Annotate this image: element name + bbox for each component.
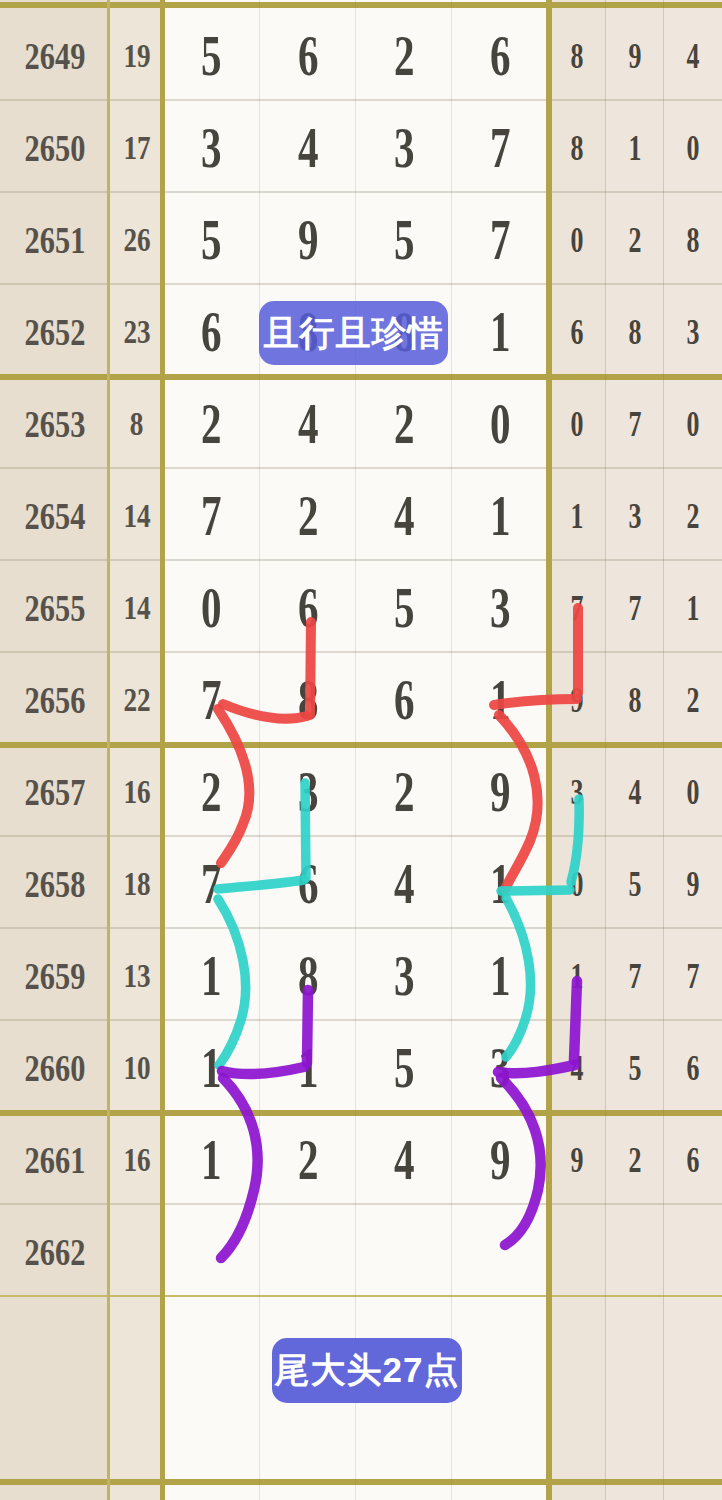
main-digit-cell: 7 <box>163 467 260 559</box>
lottery-trend-chart: 2649195626894265017343781026512659570282… <box>0 0 722 1500</box>
sum-cell-value: 26 <box>123 221 150 259</box>
tail-digit-cell: 9 <box>548 1111 606 1203</box>
tail-digit-cell-value: 2 <box>629 1139 642 1181</box>
main-digit-cell: 0 <box>452 375 548 467</box>
period-cell-value: 2654 <box>25 494 86 538</box>
tail-digit-cell: 8 <box>606 651 664 743</box>
tail-digit-cell-value: 4 <box>629 771 642 813</box>
main-digit-cell: 2 <box>260 467 356 559</box>
main-digit-cell-value: 7 <box>201 667 222 732</box>
main-digit-cell-value: 2 <box>394 759 415 824</box>
main-digit-cell: 9 <box>452 743 548 835</box>
draw-row-2657: 2657162329340 <box>0 743 722 835</box>
tail-digit-cell-value: 7 <box>687 955 700 997</box>
main-digit-cell: 5 <box>356 191 452 283</box>
period-cell: 2661 <box>0 1111 110 1203</box>
tail-digit-cell: 7 <box>548 559 606 651</box>
tail-digit-cell: 7 <box>606 375 664 467</box>
sum-cell-value: 18 <box>123 865 150 903</box>
tail-digit-cell: 8 <box>606 283 664 375</box>
draw-row-2649: 2649195626894 <box>0 7 722 99</box>
tail-digit-cell: 3 <box>664 283 722 375</box>
tail-digit-cell: 8 <box>548 99 606 191</box>
tail-digit-cell: 0 <box>664 743 722 835</box>
main-digit-cell-value: 1 <box>490 667 511 732</box>
tail-digit-cell-value: 0 <box>571 219 584 261</box>
main-digit-cell: 2 <box>356 7 452 99</box>
main-digit-cell-value: 9 <box>490 1127 511 1192</box>
draw-row-2661: 2661161249926 <box>0 1111 722 1203</box>
tail-digit-cell-value: 5 <box>629 863 642 905</box>
main-digit-cell: 2 <box>356 743 452 835</box>
tail-digit-cell: 0 <box>548 375 606 467</box>
period-cell: 2651 <box>0 191 110 283</box>
main-digit-cell-value: 3 <box>394 115 415 180</box>
main-digit-cell-value: 2 <box>201 391 222 456</box>
main-digit-cell-value: 1 <box>298 1035 319 1100</box>
main-digit-cell: 3 <box>356 927 452 1019</box>
main-digit-cell: 4 <box>356 467 452 559</box>
tail-digit-cell: 0 <box>548 191 606 283</box>
sum-cell-value: 22 <box>123 681 150 719</box>
main-digit-cell: 6 <box>260 835 356 927</box>
tail-digit-cell-value: 2 <box>687 495 700 537</box>
tail-digit-cell: 6 <box>664 1111 722 1203</box>
tail-digit-cell: 1 <box>548 927 606 1019</box>
overlay-badge-bottom: 尾大头27点 <box>272 1338 462 1403</box>
tail-digit-cell: 9 <box>606 7 664 99</box>
tail-digit-cell-value: 0 <box>571 403 584 445</box>
main-digit-cell-value: 3 <box>490 575 511 640</box>
tail-digit-cell-value: 6 <box>571 311 584 353</box>
period-cell: 2654 <box>0 467 110 559</box>
draw-row-2656: 2656227861982 <box>0 651 722 743</box>
main-digit-cell-value: 4 <box>394 483 415 548</box>
sum-cell-value: 16 <box>123 773 150 811</box>
main-digit-cell: 2 <box>356 375 452 467</box>
main-digit-cell-value: 1 <box>201 1127 222 1192</box>
main-digit-cell-value: 7 <box>201 483 222 548</box>
sum-cell: 17 <box>110 99 163 191</box>
main-digit-cell: 8 <box>260 651 356 743</box>
tail-digit-cell: 7 <box>606 559 664 651</box>
overlay-badge-top: 且行且珍惜 <box>259 301 448 365</box>
main-digit-cell-value: 6 <box>298 851 319 916</box>
tail-digit-cell <box>548 1203 606 1295</box>
tail-digit-cell-value: 9 <box>571 679 584 721</box>
main-digit-cell <box>356 1203 452 1295</box>
period-cell: 2657 <box>0 743 110 835</box>
main-digit-cell <box>260 1203 356 1295</box>
main-digit-cell: 6 <box>356 651 452 743</box>
main-digit-cell: 1 <box>163 1019 260 1111</box>
main-digit-cell-value: 2 <box>298 483 319 548</box>
period-cell: 2662 <box>0 1203 110 1295</box>
sum-cell: 13 <box>110 927 163 1019</box>
main-digit-cell-value: 8 <box>298 943 319 1008</box>
main-digit-cell-value: 8 <box>298 667 319 732</box>
main-digit-cell-value: 3 <box>201 115 222 180</box>
main-digit-cell-value: 5 <box>201 23 222 88</box>
main-digit-cell-value: 6 <box>201 299 222 364</box>
draw-row-2658: 2658187641059 <box>0 835 722 927</box>
main-digit-cell: 1 <box>163 1111 260 1203</box>
sum-cell-value: 17 <box>123 129 150 167</box>
main-digit-cell-value: 2 <box>394 23 415 88</box>
overlay-badge-bottom-text: 尾大头27点 <box>275 1347 460 1394</box>
sum-cell-value: 13 <box>123 957 150 995</box>
main-digit-cell <box>163 1203 260 1295</box>
main-digit-cell: 1 <box>452 835 548 927</box>
main-digit-cell-value: 1 <box>490 851 511 916</box>
main-digit-cell: 3 <box>260 743 356 835</box>
main-digit-cell-value: 3 <box>394 943 415 1008</box>
tail-digit-cell-value: 4 <box>687 35 700 77</box>
main-digit-cell-value: 5 <box>394 1035 415 1100</box>
tail-digit-cell-value: 0 <box>571 863 584 905</box>
sum-cell: 19 <box>110 7 163 99</box>
main-digit-cell-value: 5 <box>394 575 415 640</box>
main-digit-cell: 7 <box>452 191 548 283</box>
sum-cell-value: 14 <box>123 497 150 535</box>
draw-row-2655: 2655140653771 <box>0 559 722 651</box>
tail-digit-cell-value: 1 <box>629 127 642 169</box>
period-cell: 2660 <box>0 1019 110 1111</box>
period-cell: 2655 <box>0 559 110 651</box>
tail-digit-cell-value: 8 <box>629 679 642 721</box>
sum-cell-value: 19 <box>123 37 150 75</box>
main-digit-cell-value: 1 <box>201 943 222 1008</box>
period-cell-value: 2656 <box>25 678 86 722</box>
main-digit-cell-value: 1 <box>490 299 511 364</box>
tail-digit-cell-value: 4 <box>571 1047 584 1089</box>
main-digit-cell: 1 <box>452 651 548 743</box>
main-digit-cell: 4 <box>260 99 356 191</box>
tail-digit-cell-value: 3 <box>687 311 700 353</box>
tail-digit-cell-value: 0 <box>687 403 700 445</box>
main-digit-cell-value: 9 <box>490 759 511 824</box>
tail-digit-cell-value: 6 <box>687 1139 700 1181</box>
sum-cell: 16 <box>110 743 163 835</box>
main-digit-cell: 4 <box>356 1111 452 1203</box>
tail-digit-cell-value: 9 <box>571 1139 584 1181</box>
sum-cell-value: 16 <box>123 1141 150 1179</box>
tail-digit-cell: 7 <box>664 927 722 1019</box>
tail-digit-cell-value: 7 <box>571 587 584 629</box>
period-cell-value: 2658 <box>25 862 86 906</box>
tail-digit-cell: 8 <box>664 191 722 283</box>
main-digit-cell-value: 5 <box>201 207 222 272</box>
sum-cell: 16 <box>110 1111 163 1203</box>
tail-digit-cell: 3 <box>548 743 606 835</box>
main-digit-cell: 2 <box>260 1111 356 1203</box>
main-digit-cell-value: 7 <box>201 851 222 916</box>
tail-digit-cell: 1 <box>606 99 664 191</box>
period-cell: 2658 <box>0 835 110 927</box>
draw-row-2650: 2650173437810 <box>0 99 722 191</box>
sum-cell: 14 <box>110 467 163 559</box>
tail-digit-cell-value: 9 <box>629 35 642 77</box>
tail-digit-cell: 6 <box>548 283 606 375</box>
tail-digit-cell: 2 <box>606 191 664 283</box>
tail-digit-cell: 4 <box>606 743 664 835</box>
main-digit-cell-value: 2 <box>298 1127 319 1192</box>
tail-digit-cell: 1 <box>548 467 606 559</box>
main-digit-cell: 1 <box>452 283 548 375</box>
period-cell-value: 2652 <box>25 310 86 354</box>
main-digit-cell: 6 <box>260 7 356 99</box>
tail-digit-cell-value: 3 <box>629 495 642 537</box>
main-digit-cell-value: 7 <box>490 115 511 180</box>
main-digit-cell-value: 6 <box>394 667 415 732</box>
main-digit-cell: 6 <box>452 7 548 99</box>
tail-digit-cell-value: 0 <box>687 771 700 813</box>
sum-cell: 18 <box>110 835 163 927</box>
main-digit-cell-value: 2 <box>201 759 222 824</box>
main-digit-cell-value: 9 <box>298 207 319 272</box>
tail-digit-cell-value: 8 <box>629 311 642 353</box>
period-cell-value: 2649 <box>25 34 86 78</box>
tail-digit-cell-value: 0 <box>687 127 700 169</box>
period-cell-value: 2657 <box>25 770 86 814</box>
period-cell: 2656 <box>0 651 110 743</box>
main-digit-cell: 1 <box>452 927 548 1019</box>
tail-digit-cell <box>664 1203 722 1295</box>
main-digit-cell-value: 4 <box>298 115 319 180</box>
main-digit-cell-value: 2 <box>394 391 415 456</box>
draw-row-2654: 2654147241132 <box>0 467 722 559</box>
period-cell: 2650 <box>0 99 110 191</box>
tail-digit-cell-value: 7 <box>629 955 642 997</box>
main-digit-cell: 7 <box>452 99 548 191</box>
tail-digit-cell-value: 6 <box>687 1047 700 1089</box>
main-digit-cell: 7 <box>163 651 260 743</box>
sum-cell: 10 <box>110 1019 163 1111</box>
main-digit-cell-value: 6 <box>298 575 319 640</box>
draw-row-2662: 2662 <box>0 1203 722 1295</box>
main-digit-cell: 4 <box>356 835 452 927</box>
period-cell: 2659 <box>0 927 110 1019</box>
tail-digit-cell: 2 <box>664 651 722 743</box>
tail-digit-cell: 8 <box>548 7 606 99</box>
sum-cell-value: 10 <box>123 1049 150 1087</box>
main-digit-cell: 9 <box>452 1111 548 1203</box>
sum-cell <box>110 1203 163 1295</box>
main-digit-cell: 5 <box>356 1019 452 1111</box>
tail-digit-cell: 6 <box>664 1019 722 1111</box>
tail-digit-cell-value: 7 <box>629 403 642 445</box>
main-digit-cell: 5 <box>163 191 260 283</box>
tail-digit-cell-value: 8 <box>687 219 700 261</box>
overlay-badge-top-text: 且行且珍惜 <box>264 310 444 357</box>
main-digit-cell: 4 <box>260 375 356 467</box>
main-digit-cell: 5 <box>356 559 452 651</box>
main-digit-cell: 9 <box>260 191 356 283</box>
main-digit-cell-value: 4 <box>394 851 415 916</box>
period-cell: 2652 <box>0 283 110 375</box>
period-cell-value: 2660 <box>25 1046 86 1090</box>
main-digit-cell-value: 6 <box>490 23 511 88</box>
period-cell-value: 2659 <box>25 954 86 998</box>
tail-digit-cell: 3 <box>606 467 664 559</box>
main-digit-cell-value: 0 <box>201 575 222 640</box>
period-cell: 2653 <box>0 375 110 467</box>
tail-digit-cell-value: 3 <box>571 771 584 813</box>
tail-digit-cell: 7 <box>606 927 664 1019</box>
main-digit-cell-value: 5 <box>394 207 415 272</box>
main-digit-cell-value: 4 <box>394 1127 415 1192</box>
main-digit-cell: 3 <box>452 1019 548 1111</box>
tail-digit-cell: 4 <box>548 1019 606 1111</box>
tail-digit-cell: 0 <box>548 835 606 927</box>
tail-digit-cell: 1 <box>664 559 722 651</box>
main-digit-cell-value: 1 <box>490 943 511 1008</box>
tail-digit-cell-value: 8 <box>571 35 584 77</box>
main-digit-cell: 6 <box>163 283 260 375</box>
main-digit-cell: 7 <box>163 835 260 927</box>
tail-digit-cell-value: 1 <box>571 955 584 997</box>
main-digit-cell: 2 <box>163 375 260 467</box>
draw-row-2653: 265382420070 <box>0 375 722 467</box>
tail-digit-cell: 0 <box>664 375 722 467</box>
sum-cell-value: 8 <box>130 405 144 443</box>
tail-digit-cell-value: 1 <box>571 495 584 537</box>
sum-cell: 14 <box>110 559 163 651</box>
main-digit-cell-value: 3 <box>298 759 319 824</box>
sum-cell: 23 <box>110 283 163 375</box>
main-digit-cell: 3 <box>452 559 548 651</box>
tail-digit-cell: 9 <box>664 835 722 927</box>
tail-digit-cell: 4 <box>664 7 722 99</box>
main-digit-cell-value: 7 <box>490 207 511 272</box>
tail-digit-cell: 5 <box>606 1019 664 1111</box>
tail-digit-cell-value: 9 <box>687 863 700 905</box>
tail-digit-cell <box>606 1203 664 1295</box>
main-digit-cell-value: 6 <box>298 23 319 88</box>
main-digit-cell: 5 <box>163 7 260 99</box>
period-cell-value: 2655 <box>25 586 86 630</box>
tail-digit-cell-value: 2 <box>687 679 700 721</box>
main-digit-cell-value: 4 <box>298 391 319 456</box>
main-digit-cell: 3 <box>356 99 452 191</box>
main-digit-cell <box>452 1203 548 1295</box>
period-cell-value: 2651 <box>25 218 86 262</box>
sum-cell-value: 23 <box>123 313 150 351</box>
main-digit-cell-value: 1 <box>201 1035 222 1100</box>
sum-cell: 26 <box>110 191 163 283</box>
draw-row-2660: 2660101153456 <box>0 1019 722 1111</box>
period-cell-value: 2661 <box>25 1138 86 1182</box>
main-digit-cell: 1 <box>163 927 260 1019</box>
main-digit-cell: 2 <box>163 743 260 835</box>
tail-digit-cell: 5 <box>606 835 664 927</box>
sum-cell: 8 <box>110 375 163 467</box>
sum-cell: 22 <box>110 651 163 743</box>
main-digit-cell-value: 1 <box>490 483 511 548</box>
draw-row-2651: 2651265957028 <box>0 191 722 283</box>
tail-digit-cell-value: 2 <box>629 219 642 261</box>
tail-digit-cell: 9 <box>548 651 606 743</box>
draw-row-2659: 2659131831177 <box>0 927 722 1019</box>
period-cell-value: 2650 <box>25 126 86 170</box>
tail-digit-cell-value: 1 <box>687 587 700 629</box>
sum-cell-value: 14 <box>123 589 150 627</box>
main-digit-cell: 8 <box>260 927 356 1019</box>
period-cell-value: 2653 <box>25 402 86 446</box>
tail-digit-cell-value: 5 <box>629 1047 642 1089</box>
tail-digit-cell-value: 7 <box>629 587 642 629</box>
main-digit-cell-value: 3 <box>490 1035 511 1100</box>
main-digit-cell: 0 <box>163 559 260 651</box>
period-cell: 2649 <box>0 7 110 99</box>
tail-digit-cell: 2 <box>664 467 722 559</box>
main-digit-cell: 1 <box>452 467 548 559</box>
tail-digit-cell-value: 8 <box>571 127 584 169</box>
main-digit-cell-value: 0 <box>490 391 511 456</box>
main-digit-cell: 1 <box>260 1019 356 1111</box>
tail-digit-cell: 2 <box>606 1111 664 1203</box>
period-cell-value: 2662 <box>25 1230 86 1274</box>
main-digit-cell: 3 <box>163 99 260 191</box>
main-digit-cell: 6 <box>260 559 356 651</box>
tail-digit-cell: 0 <box>664 99 722 191</box>
